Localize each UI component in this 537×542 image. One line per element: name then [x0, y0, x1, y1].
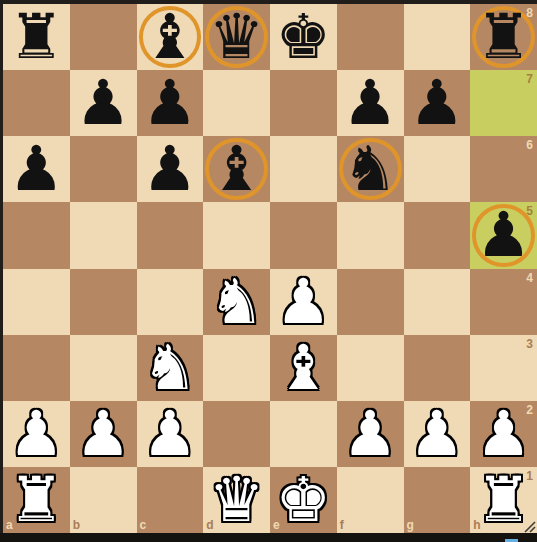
square-h2[interactable]: ♟2 [470, 401, 537, 467]
square-e1[interactable]: ♚e [270, 467, 337, 533]
square-b6[interactable] [70, 136, 137, 202]
file-label-f: f [340, 518, 344, 532]
square-b5[interactable] [70, 202, 137, 268]
square-a8[interactable]: ♜ [3, 4, 70, 70]
piece-white-pawn[interactable]: ♟ [470, 401, 537, 467]
square-e8[interactable]: ♚ [270, 4, 337, 70]
square-d5[interactable] [203, 202, 270, 268]
square-h1[interactable]: ♜1h [470, 467, 537, 533]
square-g6[interactable] [404, 136, 471, 202]
square-c4[interactable] [137, 269, 204, 335]
square-h8[interactable]: ♜8 [470, 4, 537, 70]
square-a1[interactable]: ♜a [3, 467, 70, 533]
file-label-b: b [73, 518, 80, 532]
square-f5[interactable] [337, 202, 404, 268]
square-c3[interactable]: ♞ [137, 335, 204, 401]
piece-black-pawn[interactable]: ♟ [470, 202, 537, 268]
piece-white-pawn[interactable]: ♟ [70, 401, 137, 467]
board-frame: ♜♝♛♚♜8♟♟♟♟7♟♟♝♞6♟5♞♟4♞♝3♟♟♟♟♟♟2♜abc♛d♚ef… [0, 0, 537, 542]
piece-black-pawn[interactable]: ♟ [3, 136, 70, 202]
square-g5[interactable] [404, 202, 471, 268]
square-f4[interactable] [337, 269, 404, 335]
square-b8[interactable] [70, 4, 137, 70]
square-b7[interactable]: ♟ [70, 70, 137, 136]
rank-label-3: 3 [526, 337, 533, 351]
square-c5[interactable] [137, 202, 204, 268]
piece-black-bishop[interactable]: ♝ [137, 4, 204, 70]
square-f3[interactable] [337, 335, 404, 401]
square-e2[interactable] [270, 401, 337, 467]
piece-black-knight[interactable]: ♞ [337, 136, 404, 202]
square-d6[interactable]: ♝ [203, 136, 270, 202]
square-d1[interactable]: ♛d [203, 467, 270, 533]
piece-white-bishop[interactable]: ♝ [270, 335, 337, 401]
bottom-border-bar [0, 533, 537, 542]
square-e6[interactable] [270, 136, 337, 202]
square-g8[interactable] [404, 4, 471, 70]
chess-board[interactable]: ♜♝♛♚♜8♟♟♟♟7♟♟♝♞6♟5♞♟4♞♝3♟♟♟♟♟♟2♜abc♛d♚ef… [3, 4, 537, 533]
square-a6[interactable]: ♟ [3, 136, 70, 202]
piece-black-pawn[interactable]: ♟ [337, 70, 404, 136]
square-b1[interactable]: b [70, 467, 137, 533]
piece-black-bishop[interactable]: ♝ [203, 136, 270, 202]
board-resize-handle-icon[interactable] [522, 519, 536, 533]
square-a5[interactable] [3, 202, 70, 268]
piece-black-king[interactable]: ♚ [270, 4, 337, 70]
square-f7[interactable]: ♟ [337, 70, 404, 136]
square-f6[interactable]: ♞ [337, 136, 404, 202]
piece-white-pawn[interactable]: ♟ [337, 401, 404, 467]
square-h4[interactable]: 4 [470, 269, 537, 335]
piece-white-king[interactable]: ♚ [270, 467, 337, 533]
piece-black-pawn[interactable]: ♟ [70, 70, 137, 136]
piece-white-queen[interactable]: ♛ [203, 467, 270, 533]
square-h7[interactable]: 7 [470, 70, 537, 136]
square-h5[interactable]: ♟5 [470, 202, 537, 268]
square-c1[interactable]: c [137, 467, 204, 533]
piece-white-knight[interactable]: ♞ [203, 269, 270, 335]
square-g3[interactable] [404, 335, 471, 401]
square-g4[interactable] [404, 269, 471, 335]
piece-black-pawn[interactable]: ♟ [404, 70, 471, 136]
square-a2[interactable]: ♟ [3, 401, 70, 467]
square-d7[interactable] [203, 70, 270, 136]
square-d4[interactable]: ♞ [203, 269, 270, 335]
square-b2[interactable]: ♟ [70, 401, 137, 467]
piece-black-rook[interactable]: ♜ [3, 4, 70, 70]
square-c6[interactable]: ♟ [137, 136, 204, 202]
square-e5[interactable] [270, 202, 337, 268]
piece-white-pawn[interactable]: ♟ [3, 401, 70, 467]
piece-black-pawn[interactable]: ♟ [137, 136, 204, 202]
square-d3[interactable] [203, 335, 270, 401]
square-e4[interactable]: ♟ [270, 269, 337, 335]
square-e3[interactable]: ♝ [270, 335, 337, 401]
square-g2[interactable]: ♟ [404, 401, 471, 467]
square-b3[interactable] [70, 335, 137, 401]
file-label-g: g [407, 518, 414, 532]
square-b4[interactable] [70, 269, 137, 335]
square-c7[interactable]: ♟ [137, 70, 204, 136]
square-a3[interactable] [3, 335, 70, 401]
square-a4[interactable] [3, 269, 70, 335]
piece-white-rook[interactable]: ♜ [3, 467, 70, 533]
piece-white-pawn[interactable]: ♟ [137, 401, 204, 467]
square-d2[interactable] [203, 401, 270, 467]
piece-white-pawn[interactable]: ♟ [404, 401, 471, 467]
square-c8[interactable]: ♝ [137, 4, 204, 70]
file-label-c: c [140, 518, 147, 532]
square-f8[interactable] [337, 4, 404, 70]
square-c2[interactable]: ♟ [137, 401, 204, 467]
piece-white-pawn[interactable]: ♟ [270, 269, 337, 335]
square-a7[interactable] [3, 70, 70, 136]
square-g1[interactable]: g [404, 467, 471, 533]
square-g7[interactable]: ♟ [404, 70, 471, 136]
piece-black-pawn[interactable]: ♟ [137, 70, 204, 136]
rank-label-7: 7 [526, 72, 533, 86]
square-f1[interactable]: f [337, 467, 404, 533]
square-h3[interactable]: 3 [470, 335, 537, 401]
piece-black-rook[interactable]: ♜ [470, 4, 537, 70]
rank-label-6: 6 [526, 138, 533, 152]
rank-label-4: 4 [526, 271, 533, 285]
piece-black-queen[interactable]: ♛ [203, 4, 270, 70]
square-d8[interactable]: ♛ [203, 4, 270, 70]
square-h6[interactable]: 6 [470, 136, 537, 202]
piece-white-knight[interactable]: ♞ [137, 335, 204, 401]
square-e7[interactable] [270, 70, 337, 136]
square-f2[interactable]: ♟ [337, 401, 404, 467]
